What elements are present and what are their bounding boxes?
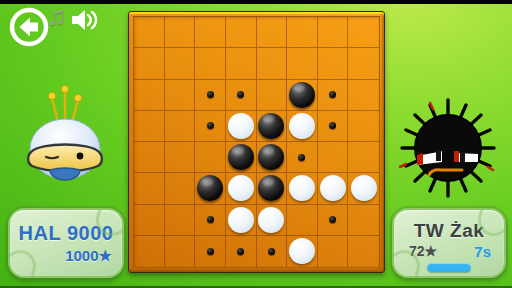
legal-move-hint-dot [329,91,336,98]
board-grid [133,16,380,268]
board-cell-g8[interactable] [318,236,349,267]
back-arrow-icon [7,5,51,49]
board-cell-f8[interactable] [287,236,318,267]
board-cell-a7[interactable] [134,205,165,236]
board-cell-d3[interactable] [226,80,257,111]
board-cell-a4[interactable] [134,111,165,142]
board-cell-e4[interactable] [257,111,288,142]
speaker-icon[interactable] [71,8,99,36]
board-cell-d8[interactable] [226,236,257,267]
board-cell-a5[interactable] [134,142,165,173]
board-cell-c7[interactable] [195,205,226,236]
legal-move-hint-dot [329,216,336,223]
board-cell-d5[interactable] [226,142,257,173]
black-stone [289,82,315,108]
white-stone [228,207,254,233]
board-cell-b2[interactable] [165,48,196,79]
board-cell-h7[interactable] [348,205,379,236]
board-cell-e6[interactable] [257,173,288,204]
board-cell-c5[interactable] [195,142,226,173]
white-stone [351,175,377,201]
board-cell-g2[interactable] [318,48,349,79]
board-cell-h5[interactable] [348,142,379,173]
board-cell-e3[interactable] [257,80,288,111]
board-cell-g7[interactable] [318,205,349,236]
board-cell-e2[interactable] [257,48,288,79]
board-cell-d1[interactable] [226,17,257,48]
legal-move-hint-dot [207,91,214,98]
board-cell-f7[interactable] [287,205,318,236]
legal-move-hint-dot [329,122,336,129]
board-cell-h4[interactable] [348,111,379,142]
black-stone [228,144,254,170]
legal-move-hint-dot [298,154,305,161]
board-cell-f3[interactable] [287,80,318,111]
legal-move-hint-dot [207,248,214,255]
white-stone [228,175,254,201]
legal-move-hint-dot [237,91,244,98]
board-cell-g3[interactable] [318,80,349,111]
game-screen: ♫ [0,0,512,288]
legal-move-hint-dot [268,248,275,255]
board-cell-h2[interactable] [348,48,379,79]
board-cell-e8[interactable] [257,236,288,267]
player-right-name: TW Żak [394,220,504,242]
player-right-avatar-spiky [396,98,500,206]
white-stone [289,113,315,139]
board-cell-a3[interactable] [134,80,165,111]
legal-move-hint-dot [207,216,214,223]
player-left-avatar-robot [22,82,108,190]
board-cell-c6[interactable] [195,173,226,204]
legal-move-hint-dot [237,248,244,255]
board-cell-h1[interactable] [348,17,379,48]
board-cell-g5[interactable] [318,142,349,173]
reversi-board [128,11,385,273]
board-cell-d6[interactable] [226,173,257,204]
board-cell-h6[interactable] [348,173,379,204]
music-note-icon[interactable]: ♫ [47,1,67,32]
board-cell-a1[interactable] [134,17,165,48]
board-cell-b8[interactable] [165,236,196,267]
board-cell-f5[interactable] [287,142,318,173]
spiky-avatar-icon [396,98,500,202]
board-cell-c3[interactable] [195,80,226,111]
legal-move-hint-dot [207,122,214,129]
player-right-card: TW Żak 72★ 7s [392,208,506,278]
player-right-timer: 7s [474,243,491,260]
black-stone [258,113,284,139]
black-stone [258,175,284,201]
board-cell-b5[interactable] [165,142,196,173]
board-cell-e7[interactable] [257,205,288,236]
board-cell-a8[interactable] [134,236,165,267]
board-cell-h3[interactable] [348,80,379,111]
board-cell-c4[interactable] [195,111,226,142]
white-stone [320,175,346,201]
board-cell-d2[interactable] [226,48,257,79]
black-stone [258,144,284,170]
player-right-time-progress-bar [427,263,471,272]
board-cell-c8[interactable] [195,236,226,267]
board-cell-d7[interactable] [226,205,257,236]
back-button[interactable] [7,5,51,49]
board-cell-g4[interactable] [318,111,349,142]
board-cell-b3[interactable] [165,80,196,111]
board-cell-c2[interactable] [195,48,226,79]
board-cell-a2[interactable] [134,48,165,79]
board-cell-f4[interactable] [287,111,318,142]
black-stone [197,175,223,201]
top-black-strip [0,0,512,4]
board-cell-b6[interactable] [165,173,196,204]
white-stone [228,113,254,139]
board-cell-e5[interactable] [257,142,288,173]
player-left-card: HAL 9000 1000★ [8,208,124,278]
board-cell-b1[interactable] [165,17,196,48]
white-stone [289,175,315,201]
board-cell-b7[interactable] [165,205,196,236]
board-cell-h8[interactable] [348,236,379,267]
board-cell-d4[interactable] [226,111,257,142]
player-right-rating: 72★ [409,243,437,260]
robot-avatar-icon [22,82,108,186]
board-cell-e1[interactable] [257,17,288,48]
board-cell-a6[interactable] [134,173,165,204]
player-left-name: HAL 9000 [10,222,122,245]
board-cell-f6[interactable] [287,173,318,204]
white-stone [258,207,284,233]
player-left-rating: 1000★ [10,247,122,265]
board-cell-b4[interactable] [165,111,196,142]
board-cell-g6[interactable] [318,173,349,204]
board-cell-g1[interactable] [318,17,349,48]
board-cell-f1[interactable] [287,17,318,48]
white-stone [289,238,315,264]
board-cell-c1[interactable] [195,17,226,48]
board-cell-f2[interactable] [287,48,318,79]
